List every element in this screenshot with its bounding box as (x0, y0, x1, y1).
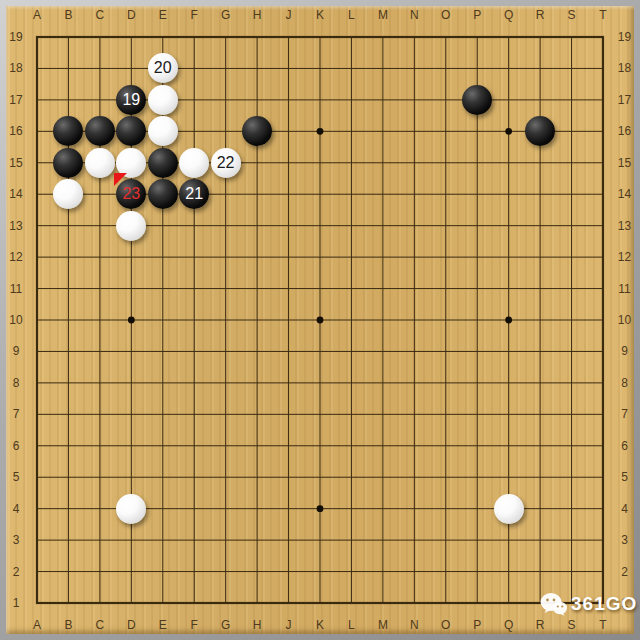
coord-bottom-P: P (473, 618, 481, 632)
coord-right-13: 13 (618, 219, 631, 233)
coord-top-J: J (286, 8, 292, 22)
coord-bottom-T: T (599, 618, 606, 632)
stone-black-P17[interactable] (462, 85, 492, 115)
stone-white-D4[interactable] (116, 494, 146, 524)
coord-right-9: 9 (621, 344, 628, 358)
move-number-20: 20 (154, 60, 172, 76)
coord-left-6: 6 (13, 439, 20, 453)
stone-black-E15[interactable] (148, 148, 178, 178)
coord-left-5: 5 (13, 470, 20, 484)
coord-right-11: 11 (618, 282, 630, 296)
coord-left-7: 7 (13, 407, 20, 421)
coord-top-Q: Q (504, 8, 513, 22)
stone-black-E14[interactable] (148, 179, 178, 209)
coord-bottom-B: B (64, 618, 72, 632)
coord-left-8: 8 (13, 376, 20, 390)
coord-right-18: 18 (618, 61, 631, 75)
coord-top-O: O (441, 8, 450, 22)
stone-black-B16[interactable] (53, 116, 83, 146)
coord-bottom-Q: Q (504, 618, 513, 632)
move-number-19: 19 (122, 92, 140, 108)
coord-left-9: 9 (13, 344, 20, 358)
coord-top-P: P (473, 8, 481, 22)
coord-right-6: 6 (621, 439, 628, 453)
go-app-window: AABBCCDDEEFFGGHHJJKKLLMMNNOOPPQQRRSSTT19… (0, 0, 640, 640)
coord-top-A: A (33, 8, 41, 22)
stone-black-B15[interactable] (53, 148, 83, 178)
coord-right-2: 2 (621, 565, 628, 579)
stones-layer[interactable]: 2019222321 (21, 21, 618, 618)
coord-right-5: 5 (621, 470, 628, 484)
stone-white-B14[interactable] (53, 179, 83, 209)
stone-black-D17[interactable]: 19 (116, 85, 146, 115)
coord-right-17: 17 (618, 93, 631, 107)
coord-top-L: L (348, 8, 355, 22)
coord-right-12: 12 (618, 250, 631, 264)
coord-bottom-F: F (191, 618, 198, 632)
coord-right-10: 10 (618, 313, 631, 327)
stone-black-F14[interactable]: 21 (179, 179, 209, 209)
coord-bottom-G: G (221, 618, 230, 632)
coord-top-S: S (568, 8, 576, 22)
coord-bottom-A: A (33, 618, 41, 632)
coord-bottom-L: L (348, 618, 355, 632)
stone-white-E16[interactable] (148, 116, 178, 146)
coord-right-7: 7 (621, 407, 628, 421)
coord-left-4: 4 (13, 502, 20, 516)
stone-black-D16[interactable] (116, 116, 146, 146)
coord-left-1: 1 (13, 596, 20, 610)
coord-top-G: G (221, 8, 230, 22)
watermark: 361GO (540, 592, 637, 616)
coord-bottom-E: E (159, 618, 167, 632)
coord-bottom-M: M (378, 618, 388, 632)
coord-right-3: 3 (621, 533, 628, 547)
stone-white-Q4[interactable] (494, 494, 524, 524)
stone-white-E17[interactable] (148, 85, 178, 115)
coord-right-15: 15 (618, 156, 631, 170)
stone-black-R16[interactable] (525, 116, 555, 146)
coord-top-D: D (127, 8, 136, 22)
coord-left-2: 2 (13, 565, 20, 579)
coord-top-E: E (159, 8, 167, 22)
coord-bottom-K: K (316, 618, 324, 632)
coord-bottom-J: J (286, 618, 292, 632)
coord-bottom-C: C (96, 618, 105, 632)
stone-white-G15[interactable]: 22 (211, 148, 241, 178)
coord-bottom-D: D (127, 618, 136, 632)
coord-top-M: M (378, 8, 388, 22)
coord-bottom-H: H (253, 618, 262, 632)
coord-bottom-S: S (568, 618, 576, 632)
move-number-21: 21 (185, 186, 203, 202)
coord-top-F: F (191, 8, 198, 22)
coord-right-4: 4 (621, 502, 628, 516)
coord-bottom-O: O (441, 618, 450, 632)
coord-top-C: C (96, 8, 105, 22)
coord-top-K: K (316, 8, 324, 22)
coord-right-14: 14 (618, 187, 631, 201)
coord-bottom-N: N (410, 618, 419, 632)
stone-black-C16[interactable] (85, 116, 115, 146)
stone-black-H16[interactable] (242, 116, 272, 146)
move-number-23: 23 (122, 186, 140, 202)
coord-top-H: H (253, 8, 262, 22)
coord-top-R: R (536, 8, 545, 22)
coord-left-3: 3 (13, 533, 20, 547)
coord-top-T: T (599, 8, 606, 22)
coord-right-19: 19 (618, 30, 631, 44)
coord-top-B: B (64, 8, 72, 22)
coord-right-8: 8 (621, 376, 628, 390)
last-move-red-triangle-marker (114, 173, 127, 186)
stone-white-C15[interactable] (85, 148, 115, 178)
coord-bottom-R: R (536, 618, 545, 632)
stone-white-E18[interactable]: 20 (148, 53, 178, 83)
coord-top-N: N (410, 8, 419, 22)
wechat-icon (540, 592, 567, 616)
coord-right-16: 16 (618, 124, 631, 138)
watermark-text: 361GO (571, 593, 637, 615)
stone-white-D13[interactable] (116, 211, 146, 241)
move-number-22: 22 (217, 155, 235, 171)
stone-white-F15[interactable] (179, 148, 209, 178)
